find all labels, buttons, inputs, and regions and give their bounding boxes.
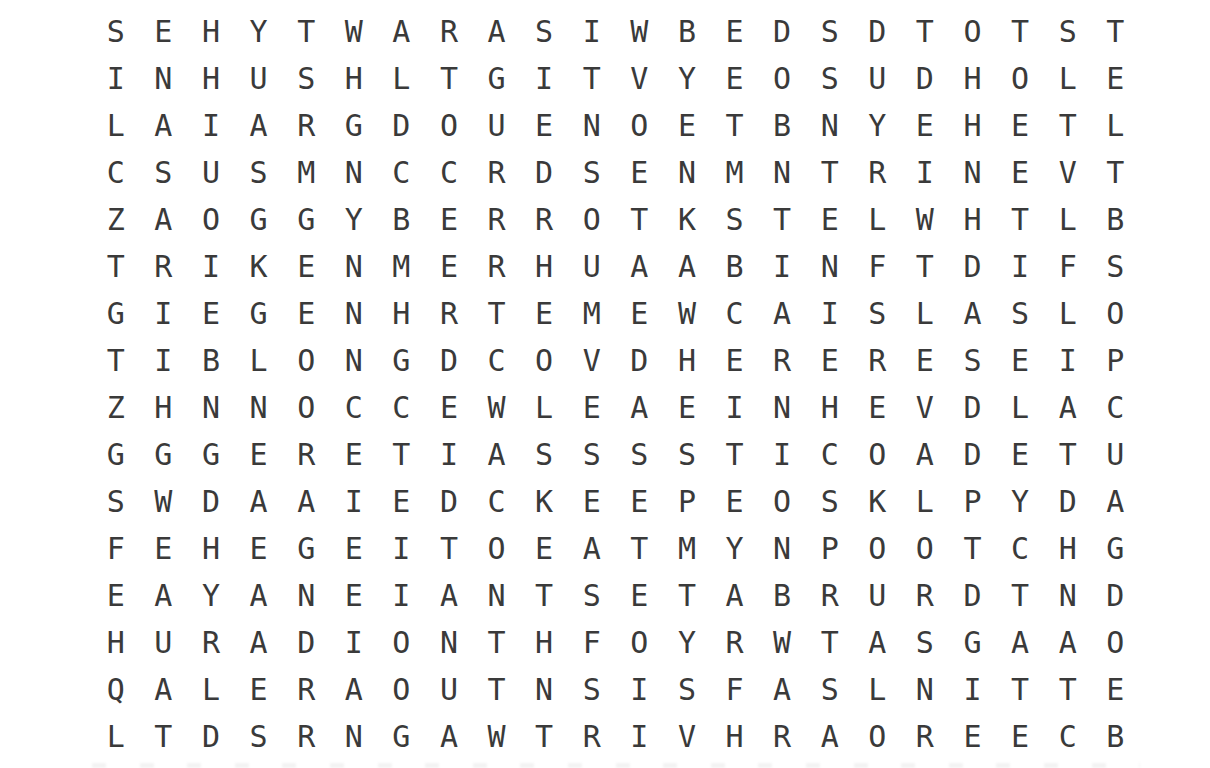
grid-cell[interactable]: H <box>806 384 854 431</box>
grid-cell[interactable]: O <box>901 525 949 572</box>
grid-cell[interactable]: R <box>520 196 568 243</box>
grid-cell[interactable]: B <box>758 102 806 149</box>
grid-cell[interactable]: I <box>187 102 235 149</box>
grid-cell[interactable]: A <box>1044 384 1092 431</box>
grid-cell[interactable]: Z <box>92 196 140 243</box>
grid-cell[interactable]: A <box>1091 478 1139 525</box>
grid-cell[interactable]: S <box>663 431 711 478</box>
grid-cell[interactable]: I <box>711 384 759 431</box>
grid-cell[interactable]: A <box>425 713 473 760</box>
grid-cell[interactable]: F <box>1044 243 1092 290</box>
grid-cell[interactable]: C <box>473 478 521 525</box>
grid-cell[interactable]: Y <box>187 572 235 619</box>
grid-cell[interactable]: D <box>187 478 235 525</box>
grid-cell[interactable]: A <box>996 619 1044 666</box>
grid-cell[interactable]: E <box>1091 666 1139 713</box>
grid-cell[interactable]: V <box>663 713 711 760</box>
grid-cell[interactable]: I <box>425 431 473 478</box>
grid-cell[interactable]: P <box>949 478 997 525</box>
grid-cell[interactable]: W <box>140 478 188 525</box>
grid-cell[interactable]: N <box>330 337 378 384</box>
grid-cell[interactable]: N <box>901 666 949 713</box>
grid-cell[interactable]: R <box>187 619 235 666</box>
grid-cell[interactable]: H <box>949 55 997 102</box>
grid-cell[interactable]: O <box>758 55 806 102</box>
grid-cell[interactable]: G <box>1091 525 1139 572</box>
grid-cell[interactable]: E <box>330 572 378 619</box>
grid-cell[interactable]: M <box>282 149 330 196</box>
grid-cell[interactable]: A <box>330 666 378 713</box>
grid-cell[interactable]: E <box>378 478 426 525</box>
grid-cell[interactable]: H <box>187 525 235 572</box>
grid-cell[interactable]: A <box>949 290 997 337</box>
grid-cell[interactable]: L <box>520 384 568 431</box>
grid-cell[interactable]: Y <box>663 619 711 666</box>
grid-cell[interactable]: E <box>711 55 759 102</box>
grid-cell[interactable]: N <box>520 666 568 713</box>
grid-cell[interactable]: B <box>663 8 711 55</box>
grid-cell[interactable]: R <box>282 666 330 713</box>
grid-cell[interactable]: H <box>187 8 235 55</box>
grid-cell[interactable]: T <box>996 8 1044 55</box>
grid-cell[interactable]: U <box>425 666 473 713</box>
grid-cell[interactable]: R <box>140 243 188 290</box>
grid-cell[interactable]: O <box>378 619 426 666</box>
grid-cell[interactable]: H <box>330 55 378 102</box>
grid-cell[interactable]: R <box>282 713 330 760</box>
grid-cell[interactable]: S <box>806 8 854 55</box>
grid-cell[interactable]: E <box>663 102 711 149</box>
grid-cell[interactable]: T <box>711 431 759 478</box>
grid-cell[interactable]: E <box>616 149 664 196</box>
grid-cell[interactable]: T <box>520 713 568 760</box>
grid-cell[interactable]: A <box>711 572 759 619</box>
grid-cell[interactable]: M <box>663 525 711 572</box>
grid-cell[interactable]: O <box>520 337 568 384</box>
grid-cell[interactable]: T <box>1044 102 1092 149</box>
grid-cell[interactable]: O <box>1091 619 1139 666</box>
grid-cell[interactable]: E <box>996 337 1044 384</box>
grid-cell[interactable]: R <box>901 572 949 619</box>
grid-cell[interactable]: T <box>140 713 188 760</box>
grid-cell[interactable]: B <box>1091 196 1139 243</box>
grid-cell[interactable]: R <box>758 713 806 760</box>
grid-cell[interactable]: H <box>187 55 235 102</box>
grid-cell[interactable]: R <box>425 8 473 55</box>
grid-cell[interactable]: N <box>806 243 854 290</box>
grid-cell[interactable]: L <box>854 196 902 243</box>
grid-cell[interactable]: Y <box>854 102 902 149</box>
grid-cell[interactable]: C <box>1091 384 1139 431</box>
grid-cell[interactable]: I <box>758 431 806 478</box>
grid-cell[interactable]: E <box>520 102 568 149</box>
grid-cell[interactable]: N <box>330 713 378 760</box>
grid-cell[interactable]: A <box>140 196 188 243</box>
grid-cell[interactable]: I <box>616 713 664 760</box>
grid-cell[interactable]: R <box>854 337 902 384</box>
grid-cell[interactable]: L <box>378 55 426 102</box>
grid-cell[interactable]: K <box>235 243 283 290</box>
grid-cell[interactable]: S <box>806 478 854 525</box>
grid-cell[interactable]: D <box>949 384 997 431</box>
grid-cell[interactable]: C <box>1044 713 1092 760</box>
grid-cell[interactable]: A <box>378 8 426 55</box>
grid-cell[interactable]: M <box>568 290 616 337</box>
grid-cell[interactable]: B <box>378 196 426 243</box>
grid-cell[interactable]: D <box>949 431 997 478</box>
grid-cell[interactable]: A <box>758 666 806 713</box>
grid-cell[interactable]: L <box>1044 55 1092 102</box>
grid-cell[interactable]: L <box>1091 102 1139 149</box>
grid-cell[interactable]: E <box>330 525 378 572</box>
grid-cell[interactable]: E <box>854 384 902 431</box>
grid-cell[interactable]: O <box>282 384 330 431</box>
grid-cell[interactable]: N <box>806 102 854 149</box>
grid-cell[interactable]: E <box>616 478 664 525</box>
grid-cell[interactable]: V <box>616 55 664 102</box>
grid-cell[interactable]: S <box>806 55 854 102</box>
grid-cell[interactable]: A <box>282 478 330 525</box>
grid-cell[interactable]: C <box>425 149 473 196</box>
grid-cell[interactable]: Y <box>996 478 1044 525</box>
grid-cell[interactable]: E <box>187 290 235 337</box>
grid-cell[interactable]: S <box>901 619 949 666</box>
grid-cell[interactable]: T <box>425 525 473 572</box>
grid-cell[interactable]: F <box>568 619 616 666</box>
grid-cell[interactable]: E <box>806 337 854 384</box>
grid-cell[interactable]: A <box>235 102 283 149</box>
grid-cell[interactable]: R <box>473 149 521 196</box>
grid-cell[interactable]: G <box>235 290 283 337</box>
grid-cell[interactable]: R <box>568 713 616 760</box>
grid-cell[interactable]: I <box>996 243 1044 290</box>
grid-cell[interactable]: F <box>854 243 902 290</box>
grid-cell[interactable]: E <box>996 102 1044 149</box>
grid-cell[interactable]: S <box>616 431 664 478</box>
grid-cell[interactable]: E <box>235 525 283 572</box>
grid-cell[interactable]: S <box>949 337 997 384</box>
grid-cell[interactable]: G <box>235 196 283 243</box>
grid-cell[interactable]: G <box>187 431 235 478</box>
grid-cell[interactable]: O <box>758 478 806 525</box>
grid-cell[interactable]: E <box>425 196 473 243</box>
grid-cell[interactable]: L <box>996 384 1044 431</box>
grid-cell[interactable]: E <box>663 384 711 431</box>
grid-cell[interactable]: T <box>806 149 854 196</box>
grid-cell[interactable]: E <box>711 478 759 525</box>
grid-cell[interactable]: N <box>282 572 330 619</box>
grid-cell[interactable]: C <box>330 384 378 431</box>
grid-cell[interactable]: A <box>806 713 854 760</box>
grid-cell[interactable]: E <box>949 713 997 760</box>
grid-cell[interactable]: S <box>235 149 283 196</box>
grid-cell[interactable]: H <box>1044 525 1092 572</box>
grid-cell[interactable]: E <box>425 243 473 290</box>
grid-cell[interactable]: N <box>568 102 616 149</box>
grid-cell[interactable]: R <box>282 102 330 149</box>
grid-cell[interactable]: S <box>568 572 616 619</box>
grid-cell[interactable]: T <box>1091 149 1139 196</box>
grid-cell[interactable]: E <box>92 572 140 619</box>
grid-cell[interactable]: H <box>520 619 568 666</box>
grid-cell[interactable]: D <box>520 149 568 196</box>
grid-cell[interactable]: T <box>663 572 711 619</box>
grid-cell[interactable]: U <box>1091 431 1139 478</box>
grid-cell[interactable]: D <box>758 8 806 55</box>
grid-cell[interactable]: D <box>1044 478 1092 525</box>
grid-cell[interactable]: V <box>1044 149 1092 196</box>
grid-cell[interactable]: T <box>711 102 759 149</box>
grid-cell[interactable]: U <box>187 149 235 196</box>
grid-cell[interactable]: A <box>901 431 949 478</box>
grid-cell[interactable]: T <box>473 619 521 666</box>
grid-cell[interactable]: W <box>901 196 949 243</box>
grid-cell[interactable]: N <box>330 290 378 337</box>
grid-cell[interactable]: E <box>235 431 283 478</box>
grid-cell[interactable]: L <box>1044 290 1092 337</box>
grid-cell[interactable]: D <box>901 55 949 102</box>
grid-cell[interactable]: N <box>949 149 997 196</box>
grid-cell[interactable]: S <box>806 666 854 713</box>
grid-cell[interactable]: I <box>568 8 616 55</box>
grid-cell[interactable]: T <box>616 196 664 243</box>
grid-cell[interactable]: N <box>758 384 806 431</box>
grid-cell[interactable]: D <box>854 8 902 55</box>
grid-cell[interactable]: I <box>901 149 949 196</box>
grid-cell[interactable]: C <box>92 149 140 196</box>
grid-cell[interactable]: B <box>711 243 759 290</box>
grid-cell[interactable]: E <box>520 525 568 572</box>
grid-cell[interactable]: S <box>140 149 188 196</box>
grid-cell[interactable]: R <box>711 619 759 666</box>
grid-cell[interactable]: S <box>235 713 283 760</box>
grid-cell[interactable]: O <box>282 337 330 384</box>
grid-cell[interactable]: R <box>758 337 806 384</box>
grid-cell[interactable]: A <box>235 619 283 666</box>
grid-cell[interactable]: N <box>473 572 521 619</box>
grid-cell[interactable]: T <box>758 196 806 243</box>
grid-cell[interactable]: H <box>663 337 711 384</box>
grid-cell[interactable]: A <box>140 572 188 619</box>
grid-cell[interactable]: A <box>616 243 664 290</box>
grid-cell[interactable]: K <box>854 478 902 525</box>
grid-cell[interactable]: N <box>330 149 378 196</box>
grid-cell[interactable]: H <box>520 243 568 290</box>
grid-cell[interactable]: R <box>806 572 854 619</box>
grid-cell[interactable]: E <box>901 337 949 384</box>
grid-cell[interactable]: T <box>616 525 664 572</box>
grid-cell[interactable]: T <box>1091 8 1139 55</box>
grid-cell[interactable]: T <box>282 8 330 55</box>
grid-cell[interactable]: H <box>92 619 140 666</box>
grid-cell[interactable]: C <box>806 431 854 478</box>
grid-cell[interactable]: U <box>140 619 188 666</box>
grid-cell[interactable]: A <box>140 102 188 149</box>
grid-cell[interactable]: O <box>854 713 902 760</box>
grid-cell[interactable]: G <box>378 713 426 760</box>
grid-cell[interactable]: S <box>92 8 140 55</box>
grid-cell[interactable]: I <box>378 525 426 572</box>
grid-cell[interactable]: F <box>92 525 140 572</box>
grid-cell[interactable]: P <box>1091 337 1139 384</box>
grid-cell[interactable]: K <box>663 196 711 243</box>
grid-cell[interactable]: S <box>854 290 902 337</box>
grid-cell[interactable]: Q <box>92 666 140 713</box>
grid-cell[interactable]: I <box>187 243 235 290</box>
grid-cell[interactable]: E <box>996 431 1044 478</box>
grid-cell[interactable]: L <box>92 713 140 760</box>
grid-cell[interactable]: H <box>711 713 759 760</box>
grid-cell[interactable]: A <box>235 478 283 525</box>
grid-cell[interactable]: E <box>282 243 330 290</box>
grid-cell[interactable]: T <box>92 337 140 384</box>
grid-cell[interactable]: D <box>378 102 426 149</box>
grid-cell[interactable]: U <box>854 55 902 102</box>
grid-cell[interactable]: E <box>996 149 1044 196</box>
grid-cell[interactable]: Y <box>330 196 378 243</box>
grid-cell[interactable]: L <box>92 102 140 149</box>
grid-cell[interactable]: G <box>92 290 140 337</box>
grid-cell[interactable]: H <box>949 102 997 149</box>
grid-cell[interactable]: B <box>758 572 806 619</box>
grid-cell[interactable]: P <box>663 478 711 525</box>
grid-cell[interactable]: T <box>473 666 521 713</box>
grid-cell[interactable]: A <box>568 525 616 572</box>
grid-cell[interactable]: L <box>854 666 902 713</box>
grid-cell[interactable]: C <box>711 290 759 337</box>
grid-cell[interactable]: D <box>425 478 473 525</box>
grid-cell[interactable]: O <box>854 431 902 478</box>
grid-cell[interactable]: E <box>140 525 188 572</box>
grid-cell[interactable]: I <box>330 619 378 666</box>
grid-cell[interactable]: B <box>187 337 235 384</box>
grid-cell[interactable]: T <box>901 243 949 290</box>
grid-cell[interactable]: I <box>806 290 854 337</box>
grid-cell[interactable]: O <box>616 619 664 666</box>
grid-cell[interactable]: O <box>378 666 426 713</box>
grid-cell[interactable]: F <box>711 666 759 713</box>
grid-cell[interactable]: O <box>996 55 1044 102</box>
grid-cell[interactable]: H <box>140 384 188 431</box>
grid-cell[interactable]: E <box>711 8 759 55</box>
grid-cell[interactable]: M <box>378 243 426 290</box>
grid-cell[interactable]: I <box>616 666 664 713</box>
grid-cell[interactable]: A <box>473 8 521 55</box>
grid-cell[interactable]: D <box>616 337 664 384</box>
grid-cell[interactable]: O <box>616 102 664 149</box>
grid-cell[interactable]: I <box>140 337 188 384</box>
grid-cell[interactable]: N <box>330 243 378 290</box>
grid-cell[interactable]: E <box>425 384 473 431</box>
grid-cell[interactable]: E <box>616 290 664 337</box>
grid-cell[interactable]: T <box>520 572 568 619</box>
grid-cell[interactable]: N <box>425 619 473 666</box>
grid-cell[interactable]: G <box>92 431 140 478</box>
grid-cell[interactable]: N <box>758 525 806 572</box>
grid-cell[interactable]: E <box>996 713 1044 760</box>
grid-cell[interactable]: S <box>568 431 616 478</box>
grid-cell[interactable]: I <box>330 478 378 525</box>
grid-cell[interactable]: S <box>520 431 568 478</box>
grid-cell[interactable]: S <box>1091 243 1139 290</box>
grid-cell[interactable]: N <box>663 149 711 196</box>
grid-cell[interactable]: T <box>901 8 949 55</box>
grid-cell[interactable]: D <box>949 243 997 290</box>
grid-cell[interactable]: Z <box>92 384 140 431</box>
grid-cell[interactable]: A <box>854 619 902 666</box>
grid-cell[interactable]: I <box>949 666 997 713</box>
grid-cell[interactable]: I <box>520 55 568 102</box>
grid-cell[interactable]: S <box>568 666 616 713</box>
grid-cell[interactable]: O <box>187 196 235 243</box>
grid-cell[interactable]: W <box>758 619 806 666</box>
grid-cell[interactable]: T <box>378 431 426 478</box>
grid-cell[interactable]: U <box>473 102 521 149</box>
grid-cell[interactable]: N <box>235 384 283 431</box>
grid-cell[interactable]: T <box>568 55 616 102</box>
grid-cell[interactable]: L <box>187 666 235 713</box>
grid-cell[interactable]: L <box>901 290 949 337</box>
grid-cell[interactable]: G <box>282 525 330 572</box>
grid-cell[interactable]: C <box>996 525 1044 572</box>
grid-cell[interactable]: A <box>758 290 806 337</box>
grid-cell[interactable]: U <box>568 243 616 290</box>
grid-cell[interactable]: R <box>854 149 902 196</box>
grid-cell[interactable]: S <box>996 290 1044 337</box>
grid-cell[interactable]: E <box>806 196 854 243</box>
grid-cell[interactable]: T <box>1044 666 1092 713</box>
grid-cell[interactable]: S <box>520 8 568 55</box>
grid-cell[interactable]: I <box>758 243 806 290</box>
grid-cell[interactable]: R <box>425 290 473 337</box>
grid-cell[interactable]: S <box>663 666 711 713</box>
grid-cell[interactable]: E <box>140 8 188 55</box>
grid-cell[interactable]: U <box>854 572 902 619</box>
grid-cell[interactable]: E <box>282 290 330 337</box>
grid-cell[interactable]: D <box>1091 572 1139 619</box>
grid-cell[interactable]: T <box>996 666 1044 713</box>
grid-cell[interactable]: B <box>1091 713 1139 760</box>
grid-cell[interactable]: C <box>378 384 426 431</box>
grid-cell[interactable]: S <box>92 478 140 525</box>
grid-cell[interactable]: N <box>1044 572 1092 619</box>
grid-cell[interactable]: V <box>568 337 616 384</box>
grid-cell[interactable]: W <box>473 384 521 431</box>
grid-cell[interactable]: N <box>758 149 806 196</box>
grid-cell[interactable]: O <box>854 525 902 572</box>
grid-cell[interactable]: O <box>568 196 616 243</box>
grid-cell[interactable]: T <box>473 290 521 337</box>
grid-cell[interactable]: E <box>568 384 616 431</box>
grid-cell[interactable]: N <box>140 55 188 102</box>
grid-cell[interactable]: V <box>901 384 949 431</box>
grid-cell[interactable]: T <box>806 619 854 666</box>
grid-cell[interactable]: E <box>520 290 568 337</box>
grid-cell[interactable]: H <box>949 196 997 243</box>
grid-cell[interactable]: W <box>330 8 378 55</box>
grid-cell[interactable]: G <box>140 431 188 478</box>
grid-cell[interactable]: A <box>616 384 664 431</box>
grid-cell[interactable]: T <box>1044 431 1092 478</box>
grid-cell[interactable]: T <box>996 196 1044 243</box>
grid-cell[interactable]: G <box>378 337 426 384</box>
grid-cell[interactable]: Y <box>235 8 283 55</box>
grid-cell[interactable]: R <box>473 196 521 243</box>
grid-cell[interactable]: E <box>568 478 616 525</box>
grid-cell[interactable]: R <box>282 431 330 478</box>
grid-cell[interactable]: W <box>663 290 711 337</box>
grid-cell[interactable]: C <box>378 149 426 196</box>
